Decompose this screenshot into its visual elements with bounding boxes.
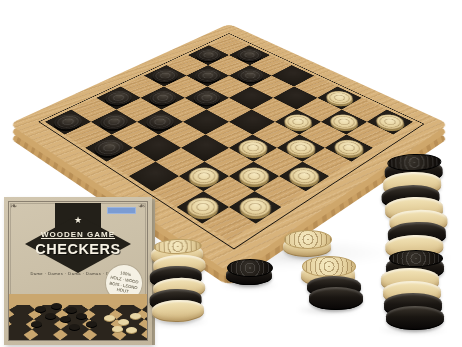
checker-stack-single-natural (283, 237, 331, 257)
checker-top-face (387, 153, 442, 171)
checker-top-face (389, 250, 443, 267)
tray-checker-black[interactable] (226, 266, 272, 285)
checker-stack-lower-right-stack (384, 256, 442, 330)
checker-top-face (227, 259, 273, 277)
product-photo-scene: ❧ ❧ ❧ ❧ ★ WOODEN GAME CHECKERS Dame · Da… (0, 0, 462, 347)
checker-stack-tall-right-stack (384, 159, 445, 260)
checker-stack-left-stack (149, 243, 204, 322)
tray-checker-black[interactable] (309, 287, 363, 310)
tray-checker-black[interactable] (386, 306, 444, 330)
piece-tray (0, 0, 462, 347)
checker-top-face (302, 256, 356, 277)
checker-top-face (153, 238, 202, 255)
checker-stack-single-black (226, 266, 272, 285)
tray-checker-natural[interactable] (283, 237, 331, 257)
checker-stack-mid-right-stack (301, 264, 355, 310)
checker-top-face (284, 230, 332, 249)
